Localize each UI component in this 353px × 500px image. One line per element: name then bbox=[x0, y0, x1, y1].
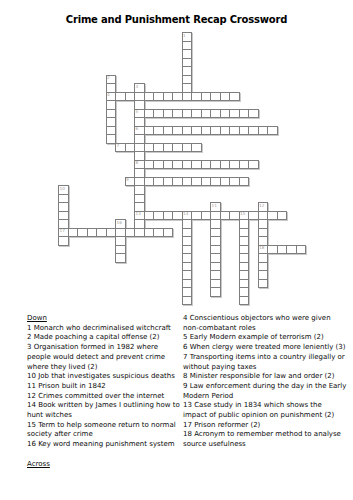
grid-cell-r9c20 bbox=[248, 109, 259, 119]
clue-item-12: 12 Crimes committed over the internet bbox=[27, 392, 182, 402]
grid-cell-r30c16 bbox=[210, 287, 221, 297]
down-clue-list: 1 Monarch who decriminalised witchcraft2… bbox=[27, 324, 182, 450]
grid-cell-r25c25 bbox=[296, 245, 307, 255]
across-header: Across bbox=[27, 460, 182, 470]
clue-item-15: 15 Term to help someone return to normal… bbox=[27, 421, 182, 440]
clue-item-11: 11 Prison built in 1842 bbox=[27, 382, 182, 392]
grid-cell-r17c19 bbox=[239, 177, 250, 187]
grid-cell-r21c23 bbox=[277, 211, 288, 221]
clue-item-3: 3 Organisation formed in 1982 where peop… bbox=[27, 343, 182, 372]
clue-item-2: 2 Made poaching a capital offense (2) bbox=[27, 333, 182, 343]
clue-number-13: 13 bbox=[136, 211, 141, 216]
clue-item-4: 4 Conscientious objectors who were given… bbox=[183, 314, 347, 333]
down-clues-column: Down 1 Monarch who decriminalised witchc… bbox=[27, 314, 182, 469]
clue-item-6: 6 When clergy were treated more lenientl… bbox=[183, 343, 347, 353]
grid-cell-r31c13 bbox=[182, 296, 193, 306]
clue-number-15: 15 bbox=[240, 211, 245, 216]
clue-number-9: 9 bbox=[126, 177, 129, 182]
grid-cell-r31c19 bbox=[239, 296, 250, 306]
across-clues-column: 4 Conscientious objectors who were given… bbox=[183, 314, 347, 450]
clue-item-16: 16 Key word meaning punishment system bbox=[27, 440, 182, 450]
clue-item-10: 10 Job that investigates suspicious deat… bbox=[27, 372, 182, 382]
clue-number-17: 17 bbox=[60, 228, 65, 233]
grid-cell-r15c20 bbox=[248, 160, 259, 170]
across-clue-list: 4 Conscientious objectors who were given… bbox=[183, 314, 347, 450]
clue-number-16: 16 bbox=[117, 220, 122, 225]
grid-cell-r24c0 bbox=[58, 236, 69, 246]
clue-number-2: 2 bbox=[107, 75, 110, 80]
clue-item-8: 8 Minister responsible for law and order… bbox=[183, 372, 347, 382]
clue-number-4: 4 bbox=[107, 92, 110, 97]
grid-cell-r26c6 bbox=[115, 253, 126, 263]
clue-number-11: 11 bbox=[212, 203, 217, 208]
clue-number-5: 5 bbox=[136, 109, 139, 114]
clue-number-7: 7 bbox=[117, 143, 120, 148]
clue-number-3: 3 bbox=[136, 84, 139, 89]
clue-item-14: 14 Book written by James I outlining how… bbox=[27, 401, 182, 420]
grid-cell-r13c14 bbox=[191, 143, 202, 153]
clue-list-spacer bbox=[27, 450, 182, 460]
clue-number-10: 10 bbox=[60, 186, 65, 191]
clue-number-14: 14 bbox=[183, 211, 188, 216]
clue-item-9: 9 Law enforcement during the day in the … bbox=[183, 382, 347, 401]
clue-item-13: 13 Case study in 1834 which shows the im… bbox=[183, 401, 347, 420]
clue-number-12: 12 bbox=[259, 203, 264, 208]
clue-item-18: 18 Acronym to remember method to analyse… bbox=[183, 430, 347, 449]
grid-cell-r29c21 bbox=[258, 279, 269, 289]
grid-cell-r11c22 bbox=[267, 126, 278, 136]
clue-item-1: 1 Monarch who decriminalised witchcraft bbox=[27, 324, 182, 334]
grid-cell-r23c11 bbox=[163, 228, 174, 238]
clue-item-17: 17 Prison reformer (2) bbox=[183, 421, 347, 431]
clue-item-7: 7 Transporting items into a country ille… bbox=[183, 353, 347, 372]
clue-number-8: 8 bbox=[136, 160, 139, 165]
clue-number-6: 6 bbox=[136, 126, 139, 131]
crossword-grid: 123456789101112131415161718 bbox=[58, 32, 308, 307]
down-header: Down bbox=[27, 314, 182, 324]
grid-cell-r7c18 bbox=[229, 92, 240, 102]
page-title: Crime and Punishment Recap Crossword bbox=[0, 14, 353, 25]
clue-number-18: 18 bbox=[259, 245, 264, 250]
clue-number-1: 1 bbox=[183, 33, 186, 38]
clue-item-5: 5 Early Modern example of terrorism (2) bbox=[183, 333, 347, 343]
